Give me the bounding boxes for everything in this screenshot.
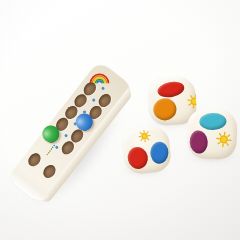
die-3-body: [186, 108, 238, 160]
step-mark: [92, 98, 96, 102]
die-3-right-face: [214, 129, 234, 149]
die-3-top-face: [199, 113, 227, 131]
die-3[interactable]: [186, 108, 238, 160]
die-3-front-face: [189, 130, 209, 154]
die-2-body: [121, 125, 173, 176]
step-mark: [55, 145, 59, 149]
die-2-right-face: [150, 141, 169, 164]
die-1-front-face: [152, 97, 178, 122]
board-hole: [26, 151, 43, 169]
step-mark: [101, 86, 105, 90]
scene: ••••••: [0, 0, 240, 240]
die-2-front-face: [126, 145, 150, 171]
die-2-top-face: [134, 128, 155, 144]
die-1-top-face: [156, 80, 185, 100]
die-2[interactable]: [121, 125, 173, 176]
board-hole: [41, 163, 58, 181]
step-mark: [64, 134, 68, 138]
